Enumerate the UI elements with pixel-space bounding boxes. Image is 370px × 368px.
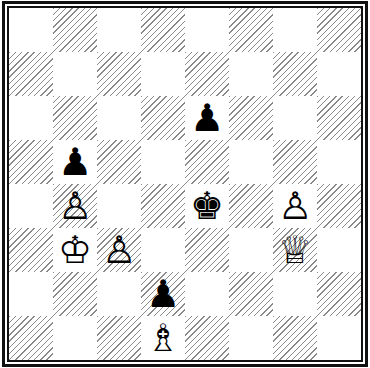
- square-c1[interactable]: [97, 316, 141, 360]
- square-h5[interactable]: [317, 140, 361, 184]
- square-a2[interactable]: [9, 272, 53, 316]
- square-f3[interactable]: [229, 228, 273, 272]
- square-a6[interactable]: [9, 96, 53, 140]
- square-g7[interactable]: [273, 52, 317, 96]
- black-pawn: ♟: [146, 272, 180, 316]
- square-d4[interactable]: [141, 184, 185, 228]
- board-outer-frame: ♟♟♙♚♙♔♙♕♟♗: [2, 1, 368, 367]
- square-d6[interactable]: [141, 96, 185, 140]
- square-c2[interactable]: [97, 272, 141, 316]
- square-d2[interactable]: ♟: [141, 272, 185, 316]
- square-h6[interactable]: [317, 96, 361, 140]
- square-c6[interactable]: [97, 96, 141, 140]
- white-pawn: ♙: [278, 184, 312, 228]
- square-b5[interactable]: ♟: [53, 140, 97, 184]
- black-pawn: ♟: [58, 140, 92, 184]
- square-h3[interactable]: [317, 228, 361, 272]
- square-b1[interactable]: [53, 316, 97, 360]
- square-g6[interactable]: [273, 96, 317, 140]
- chess-board: ♟♟♙♚♙♔♙♕♟♗: [9, 8, 361, 360]
- square-f4[interactable]: [229, 184, 273, 228]
- square-b3[interactable]: ♔: [53, 228, 97, 272]
- white-king: ♔: [58, 228, 92, 272]
- square-g3[interactable]: ♕: [273, 228, 317, 272]
- square-e5[interactable]: [185, 140, 229, 184]
- white-queen: ♕: [278, 228, 312, 272]
- square-b2[interactable]: [53, 272, 97, 316]
- square-f2[interactable]: [229, 272, 273, 316]
- square-a4[interactable]: [9, 184, 53, 228]
- square-e4[interactable]: ♚: [185, 184, 229, 228]
- square-f1[interactable]: [229, 316, 273, 360]
- square-e8[interactable]: [185, 8, 229, 52]
- board-inner-frame: ♟♟♙♚♙♔♙♕♟♗: [7, 6, 363, 362]
- square-h1[interactable]: [317, 316, 361, 360]
- square-b6[interactable]: [53, 96, 97, 140]
- square-g2[interactable]: [273, 272, 317, 316]
- square-a8[interactable]: [9, 8, 53, 52]
- square-e1[interactable]: [185, 316, 229, 360]
- square-f5[interactable]: [229, 140, 273, 184]
- black-pawn: ♟: [190, 96, 224, 140]
- square-e3[interactable]: [185, 228, 229, 272]
- square-d5[interactable]: [141, 140, 185, 184]
- square-a1[interactable]: [9, 316, 53, 360]
- white-bishop: ♗: [146, 316, 180, 360]
- square-f6[interactable]: [229, 96, 273, 140]
- square-e2[interactable]: [185, 272, 229, 316]
- square-e7[interactable]: [185, 52, 229, 96]
- square-b4[interactable]: ♙: [53, 184, 97, 228]
- square-g8[interactable]: [273, 8, 317, 52]
- chess-diagram: ♟♟♙♚♙♔♙♕♟♗: [0, 0, 370, 368]
- square-e6[interactable]: ♟: [185, 96, 229, 140]
- square-c7[interactable]: [97, 52, 141, 96]
- square-c3[interactable]: ♙: [97, 228, 141, 272]
- square-h4[interactable]: [317, 184, 361, 228]
- black-king: ♚: [190, 184, 224, 228]
- square-d3[interactable]: [141, 228, 185, 272]
- square-b8[interactable]: [53, 8, 97, 52]
- square-c8[interactable]: [97, 8, 141, 52]
- square-b7[interactable]: [53, 52, 97, 96]
- square-g5[interactable]: [273, 140, 317, 184]
- white-pawn: ♙: [58, 184, 92, 228]
- square-h8[interactable]: [317, 8, 361, 52]
- square-d8[interactable]: [141, 8, 185, 52]
- square-c4[interactable]: [97, 184, 141, 228]
- square-g4[interactable]: ♙: [273, 184, 317, 228]
- square-f8[interactable]: [229, 8, 273, 52]
- square-d7[interactable]: [141, 52, 185, 96]
- square-c5[interactable]: [97, 140, 141, 184]
- square-g1[interactable]: [273, 316, 317, 360]
- square-h2[interactable]: [317, 272, 361, 316]
- square-a7[interactable]: [9, 52, 53, 96]
- white-pawn: ♙: [102, 228, 136, 272]
- square-f7[interactable]: [229, 52, 273, 96]
- square-a3[interactable]: [9, 228, 53, 272]
- square-a5[interactable]: [9, 140, 53, 184]
- square-h7[interactable]: [317, 52, 361, 96]
- square-d1[interactable]: ♗: [141, 316, 185, 360]
